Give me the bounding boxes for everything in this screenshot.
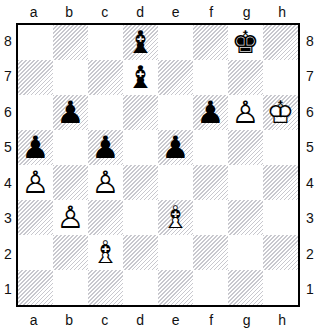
white-pawn-icon: ♙ — [232, 96, 260, 127]
square-a2[interactable] — [18, 235, 53, 270]
square-g6[interactable]: ♟♙ — [228, 95, 263, 130]
square-b7[interactable] — [53, 60, 88, 95]
square-f5[interactable] — [193, 130, 228, 165]
square-b8[interactable] — [53, 25, 88, 60]
square-g2[interactable] — [228, 235, 263, 270]
square-h6[interactable]: ♚♔ — [263, 95, 298, 130]
piece-black-pawn: ♟ — [193, 95, 228, 130]
file-label-bottom-g: g — [229, 307, 265, 332]
square-g3[interactable] — [228, 200, 263, 235]
file-label-top-g: g — [229, 0, 265, 23]
file-label-bottom-d: d — [123, 307, 159, 332]
file-label-bottom-b: b — [52, 307, 88, 332]
rank-label-right-4: 4 — [300, 165, 320, 201]
square-a7[interactable] — [18, 60, 53, 95]
square-g1[interactable] — [228, 270, 263, 305]
square-d2[interactable] — [123, 235, 158, 270]
file-label-bottom-c: c — [87, 307, 123, 332]
file-label-top-d: d — [123, 0, 159, 23]
piece-white-bishop: ♝♗ — [158, 200, 193, 235]
square-b6[interactable]: ♟ — [53, 95, 88, 130]
square-f3[interactable] — [193, 200, 228, 235]
file-label-top-f: f — [194, 0, 230, 23]
rank-label-right-5: 5 — [300, 130, 320, 166]
square-g5[interactable] — [228, 130, 263, 165]
white-pawn-icon: ♙ — [22, 166, 50, 197]
rank-label-left-5: 5 — [0, 130, 16, 166]
white-bishop-icon: ♗ — [92, 236, 120, 267]
square-e7[interactable] — [158, 60, 193, 95]
file-label-top-c: c — [87, 0, 123, 23]
square-c2[interactable]: ♝♗ — [88, 235, 123, 270]
square-f6[interactable]: ♟ — [193, 95, 228, 130]
square-g4[interactable] — [228, 165, 263, 200]
square-e8[interactable] — [158, 25, 193, 60]
piece-white-pawn: ♟♙ — [228, 95, 263, 130]
black-pawn-icon: ♟ — [22, 131, 50, 162]
square-h1[interactable] — [263, 270, 298, 305]
square-b1[interactable] — [53, 270, 88, 305]
rank-label-right-2: 2 — [300, 236, 320, 272]
black-pawn-icon: ♟ — [197, 96, 225, 127]
black-king-icon: ♚ — [232, 26, 260, 57]
piece-black-king: ♚ — [228, 25, 263, 60]
square-d3[interactable] — [123, 200, 158, 235]
square-f2[interactable] — [193, 235, 228, 270]
square-e3[interactable]: ♝♗ — [158, 200, 193, 235]
file-label-top-e: e — [158, 0, 194, 23]
square-h2[interactable] — [263, 235, 298, 270]
chess-diagram: abcdefgh 87654321 ♝♚♝♟♟♟♙♚♔♟♟♟♟♙♟♙♟♙♝♗♝♗… — [0, 0, 320, 332]
square-b2[interactable] — [53, 235, 88, 270]
square-a8[interactable] — [18, 25, 53, 60]
white-bishop-icon: ♗ — [162, 201, 190, 232]
white-pawn-icon: ♙ — [57, 201, 85, 232]
file-label-bottom-e: e — [158, 307, 194, 332]
black-pawn-icon: ♟ — [57, 96, 85, 127]
square-c6[interactable] — [88, 95, 123, 130]
square-h5[interactable] — [263, 130, 298, 165]
rank-label-left-1: 1 — [0, 272, 16, 308]
square-a4[interactable]: ♟♙ — [18, 165, 53, 200]
piece-white-bishop: ♝♗ — [88, 235, 123, 270]
square-a3[interactable] — [18, 200, 53, 235]
piece-black-bishop: ♝ — [123, 25, 158, 60]
black-bishop-icon: ♝ — [127, 26, 155, 57]
file-labels-bottom: abcdefgh — [16, 307, 300, 332]
square-f4[interactable] — [193, 165, 228, 200]
square-c1[interactable] — [88, 270, 123, 305]
rank-label-left-4: 4 — [0, 165, 16, 201]
rank-label-right-7: 7 — [300, 59, 320, 95]
white-pawn-icon: ♙ — [92, 166, 120, 197]
rank-label-left-6: 6 — [0, 94, 16, 130]
square-d1[interactable] — [123, 270, 158, 305]
piece-black-pawn: ♟ — [88, 130, 123, 165]
square-g8[interactable]: ♚ — [228, 25, 263, 60]
rank-label-right-6: 6 — [300, 94, 320, 130]
piece-black-pawn: ♟ — [18, 130, 53, 165]
square-e6[interactable] — [158, 95, 193, 130]
square-b4[interactable] — [53, 165, 88, 200]
file-label-bottom-a: a — [16, 307, 52, 332]
rank-label-right-3: 3 — [300, 201, 320, 237]
rank-labels-right: 87654321 — [300, 23, 320, 307]
black-pawn-icon: ♟ — [162, 131, 190, 162]
piece-white-king: ♚♔ — [263, 95, 298, 130]
rank-label-left-3: 3 — [0, 201, 16, 237]
piece-black-bishop: ♝ — [123, 60, 158, 95]
square-e5[interactable]: ♟ — [158, 130, 193, 165]
piece-white-pawn: ♟♙ — [18, 165, 53, 200]
file-label-top-h: h — [265, 0, 301, 23]
black-bishop-icon: ♝ — [127, 61, 155, 92]
rank-label-left-7: 7 — [0, 59, 16, 95]
square-a5[interactable]: ♟ — [18, 130, 53, 165]
file-label-bottom-h: h — [265, 307, 301, 332]
square-h7[interactable] — [263, 60, 298, 95]
square-a6[interactable] — [18, 95, 53, 130]
square-b3[interactable]: ♟♙ — [53, 200, 88, 235]
square-c5[interactable]: ♟ — [88, 130, 123, 165]
square-d7[interactable]: ♝ — [123, 60, 158, 95]
file-label-top-b: b — [52, 0, 88, 23]
rank-label-left-2: 2 — [0, 236, 16, 272]
square-a1[interactable] — [18, 270, 53, 305]
piece-white-pawn: ♟♙ — [53, 200, 88, 235]
square-e2[interactable] — [158, 235, 193, 270]
rank-label-right-8: 8 — [300, 23, 320, 59]
piece-black-pawn: ♟ — [53, 95, 88, 130]
square-c4[interactable]: ♟♙ — [88, 165, 123, 200]
square-f8[interactable] — [193, 25, 228, 60]
white-king-icon: ♔ — [267, 96, 295, 127]
black-pawn-icon: ♟ — [92, 131, 120, 162]
file-label-bottom-f: f — [194, 307, 230, 332]
square-d6[interactable] — [123, 95, 158, 130]
rank-label-left-8: 8 — [0, 23, 16, 59]
square-d5[interactable] — [123, 130, 158, 165]
square-d4[interactable] — [123, 165, 158, 200]
square-b5[interactable] — [53, 130, 88, 165]
square-g7[interactable] — [228, 60, 263, 95]
file-labels-top: abcdefgh — [16, 0, 300, 23]
square-f1[interactable] — [193, 270, 228, 305]
square-f7[interactable] — [193, 60, 228, 95]
square-c8[interactable] — [88, 25, 123, 60]
square-c3[interactable] — [88, 200, 123, 235]
square-d8[interactable]: ♝ — [123, 25, 158, 60]
chess-board: ♝♚♝♟♟♟♙♚♔♟♟♟♟♙♟♙♟♙♝♗♝♗ — [16, 23, 300, 307]
square-h3[interactable] — [263, 200, 298, 235]
square-e4[interactable] — [158, 165, 193, 200]
piece-white-pawn: ♟♙ — [88, 165, 123, 200]
square-e1[interactable] — [158, 270, 193, 305]
square-h4[interactable] — [263, 165, 298, 200]
rank-label-right-1: 1 — [300, 272, 320, 308]
square-h8[interactable] — [263, 25, 298, 60]
rank-labels-left: 87654321 — [0, 23, 16, 307]
square-c7[interactable] — [88, 60, 123, 95]
piece-black-pawn: ♟ — [158, 130, 193, 165]
file-label-top-a: a — [16, 0, 52, 23]
